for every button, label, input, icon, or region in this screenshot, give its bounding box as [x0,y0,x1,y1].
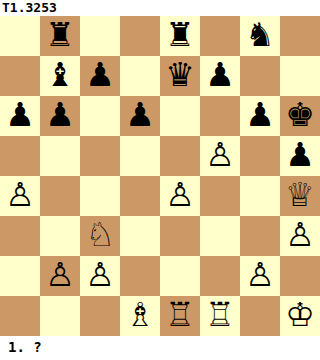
square-g3[interactable] [240,216,280,256]
puzzle-id-label: T1.3253 [2,0,57,15]
square-b8[interactable]: ♜ [40,16,80,56]
square-c3[interactable]: ♘ [80,216,120,256]
white-pawn-piece: ♙ [285,215,315,255]
square-f6[interactable] [200,96,240,136]
square-h2[interactable] [280,256,320,296]
square-f4[interactable] [200,176,240,216]
square-g8[interactable]: ♞ [240,16,280,56]
square-a8[interactable] [0,16,40,56]
black-bishop-piece: ♝ [45,55,75,95]
square-b1[interactable] [40,296,80,336]
square-a6[interactable]: ♟ [0,96,40,136]
square-c2[interactable]: ♙ [80,256,120,296]
square-g6[interactable]: ♟ [240,96,280,136]
square-d3[interactable] [120,216,160,256]
square-g7[interactable] [240,56,280,96]
square-c4[interactable] [80,176,120,216]
white-queen-piece: ♕ [285,175,315,215]
white-pawn-piece: ♙ [5,175,35,215]
square-e7[interactable]: ♛ [160,56,200,96]
square-d8[interactable] [120,16,160,56]
square-d6[interactable]: ♟ [120,96,160,136]
white-pawn-piece: ♙ [245,255,275,295]
square-f5[interactable]: ♙ [200,136,240,176]
square-f2[interactable] [200,256,240,296]
square-c8[interactable] [80,16,120,56]
black-knight-piece: ♞ [245,15,275,55]
white-pawn-piece: ♙ [165,175,195,215]
black-queen-piece: ♛ [165,55,195,95]
square-h8[interactable] [280,16,320,56]
black-pawn-piece: ♟ [285,135,315,175]
square-g5[interactable] [240,136,280,176]
white-pawn-piece: ♙ [85,255,115,295]
square-c6[interactable] [80,96,120,136]
square-f1[interactable]: ♖ [200,296,240,336]
square-f3[interactable] [200,216,240,256]
black-pawn-piece: ♟ [245,95,275,135]
move-prompt-label: 1. ? [8,338,42,356]
square-e2[interactable] [160,256,200,296]
puzzle-page: T1.3253 ♜♜♞♝♟♛♟♟♟♟♟♚♙♟♙♙♕♘♙♙♙♙♗♖♖♔ 1. ? [0,0,320,360]
square-g2[interactable]: ♙ [240,256,280,296]
black-pawn-piece: ♟ [45,95,75,135]
square-b4[interactable] [40,176,80,216]
black-pawn-piece: ♟ [205,55,235,95]
square-b2[interactable]: ♙ [40,256,80,296]
square-e8[interactable]: ♜ [160,16,200,56]
black-pawn-piece: ♟ [85,55,115,95]
square-c7[interactable]: ♟ [80,56,120,96]
square-c5[interactable] [80,136,120,176]
square-h1[interactable]: ♔ [280,296,320,336]
square-f8[interactable] [200,16,240,56]
black-rook-piece: ♜ [165,15,195,55]
square-d1[interactable]: ♗ [120,296,160,336]
square-d4[interactable] [120,176,160,216]
square-a4[interactable]: ♙ [0,176,40,216]
white-pawn-piece: ♙ [205,135,235,175]
square-h7[interactable] [280,56,320,96]
white-bishop-piece: ♗ [125,295,155,335]
square-d2[interactable] [120,256,160,296]
square-e6[interactable] [160,96,200,136]
chess-board: ♜♜♞♝♟♛♟♟♟♟♟♚♙♟♙♙♕♘♙♙♙♙♗♖♖♔ [0,16,320,336]
square-g1[interactable] [240,296,280,336]
square-h6[interactable]: ♚ [280,96,320,136]
white-rook-piece: ♖ [165,295,195,335]
black-pawn-piece: ♟ [125,95,155,135]
square-e4[interactable]: ♙ [160,176,200,216]
white-rook-piece: ♖ [205,295,235,335]
black-pawn-piece: ♟ [5,95,35,135]
black-rook-piece: ♜ [45,15,75,55]
square-e5[interactable] [160,136,200,176]
square-d7[interactable] [120,56,160,96]
square-h3[interactable]: ♙ [280,216,320,256]
square-d5[interactable] [120,136,160,176]
white-pawn-piece: ♙ [45,255,75,295]
square-a1[interactable] [0,296,40,336]
square-g4[interactable] [240,176,280,216]
white-knight-piece: ♘ [85,215,115,255]
square-a2[interactable] [0,256,40,296]
title-bar: T1.3253 [0,0,320,16]
square-b3[interactable] [40,216,80,256]
black-king-piece: ♚ [285,95,315,135]
white-king-piece: ♔ [285,295,315,335]
square-h4[interactable]: ♕ [280,176,320,216]
square-c1[interactable] [80,296,120,336]
square-h5[interactable]: ♟ [280,136,320,176]
square-f7[interactable]: ♟ [200,56,240,96]
square-e3[interactable] [160,216,200,256]
square-a3[interactable] [0,216,40,256]
square-b5[interactable] [40,136,80,176]
footer-bar: 1. ? [0,336,320,360]
square-b7[interactable]: ♝ [40,56,80,96]
square-e1[interactable]: ♖ [160,296,200,336]
square-a7[interactable] [0,56,40,96]
square-a5[interactable] [0,136,40,176]
square-b6[interactable]: ♟ [40,96,80,136]
